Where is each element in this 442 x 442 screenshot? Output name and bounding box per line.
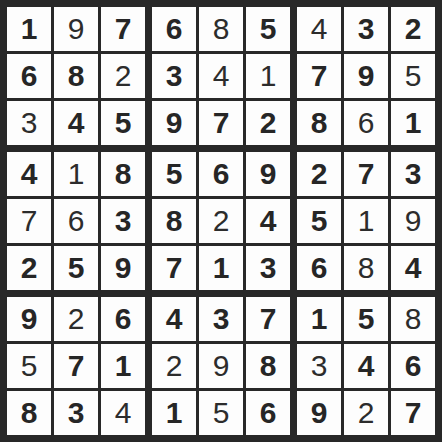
cell-r5c7[interactable]: 5 [297,199,341,243]
cell-r7c4[interactable]: 4 [152,297,196,341]
sudoku-box-2-2: 569824713 [152,152,290,290]
cell-r4c3[interactable]: 8 [101,152,145,196]
cell-r2c4[interactable]: 3 [152,54,196,98]
cell-r3c9[interactable]: 1 [391,101,435,145]
cell-r5c1[interactable]: 7 [7,199,51,243]
cell-r2c3[interactable]: 2 [101,54,145,98]
cell-r3c1[interactable]: 3 [7,101,51,145]
cell-r6c1[interactable]: 2 [7,246,51,290]
sudoku-board: 1976823456853419724327958614187632595698… [0,0,442,442]
sudoku-box-1-2: 685341972 [152,7,290,145]
sudoku-box-1-1: 197682345 [7,7,145,145]
cell-r7c6[interactable]: 7 [246,297,290,341]
cell-r9c6[interactable]: 6 [246,391,290,435]
cell-r2c5[interactable]: 4 [199,54,243,98]
cell-r6c9[interactable]: 4 [391,246,435,290]
cell-r3c8[interactable]: 6 [344,101,388,145]
cell-r6c3[interactable]: 9 [101,246,145,290]
cell-r8c3[interactable]: 1 [101,344,145,388]
cell-r5c8[interactable]: 1 [344,199,388,243]
cell-r6c5[interactable]: 1 [199,246,243,290]
cell-r4c2[interactable]: 1 [54,152,98,196]
cell-r2c9[interactable]: 5 [391,54,435,98]
cell-r9c9[interactable]: 7 [391,391,435,435]
cell-r6c4[interactable]: 7 [152,246,196,290]
cell-r8c9[interactable]: 6 [391,344,435,388]
sudoku-box-2-3: 273519684 [297,152,435,290]
cell-r7c7[interactable]: 1 [297,297,341,341]
cell-r9c2[interactable]: 3 [54,391,98,435]
cell-r3c3[interactable]: 5 [101,101,145,145]
cell-r7c3[interactable]: 6 [101,297,145,341]
cell-r1c6[interactable]: 5 [246,7,290,51]
sudoku-box-2-1: 418763259 [7,152,145,290]
cell-r3c6[interactable]: 2 [246,101,290,145]
cell-r5c5[interactable]: 2 [199,199,243,243]
cell-r3c4[interactable]: 9 [152,101,196,145]
cell-r6c6[interactable]: 3 [246,246,290,290]
cell-r1c8[interactable]: 3 [344,7,388,51]
cell-r1c2[interactable]: 9 [54,7,98,51]
cell-r5c9[interactable]: 9 [391,199,435,243]
sudoku-box-3-2: 437298156 [152,297,290,435]
cell-r4c8[interactable]: 7 [344,152,388,196]
cell-r9c7[interactable]: 9 [297,391,341,435]
cell-r7c8[interactable]: 5 [344,297,388,341]
cell-r5c2[interactable]: 6 [54,199,98,243]
cell-r2c1[interactable]: 6 [7,54,51,98]
cell-r5c4[interactable]: 8 [152,199,196,243]
cell-r4c6[interactable]: 9 [246,152,290,196]
cell-r8c2[interactable]: 7 [54,344,98,388]
cell-r6c8[interactable]: 8 [344,246,388,290]
cell-r3c5[interactable]: 7 [199,101,243,145]
cell-r3c7[interactable]: 8 [297,101,341,145]
cell-r4c1[interactable]: 4 [7,152,51,196]
cell-r6c7[interactable]: 6 [297,246,341,290]
cell-r8c4[interactable]: 2 [152,344,196,388]
cell-r9c8[interactable]: 2 [344,391,388,435]
cell-r7c1[interactable]: 9 [7,297,51,341]
cell-r2c6[interactable]: 1 [246,54,290,98]
cell-r4c5[interactable]: 6 [199,152,243,196]
cell-r1c5[interactable]: 8 [199,7,243,51]
cell-r1c1[interactable]: 1 [7,7,51,51]
cell-r1c9[interactable]: 2 [391,7,435,51]
cell-r7c2[interactable]: 2 [54,297,98,341]
cell-r5c6[interactable]: 4 [246,199,290,243]
cell-r4c7[interactable]: 2 [297,152,341,196]
cell-r1c3[interactable]: 7 [101,7,145,51]
cell-r8c8[interactable]: 4 [344,344,388,388]
cell-r1c4[interactable]: 6 [152,7,196,51]
cell-r5c3[interactable]: 3 [101,199,145,243]
cell-r4c9[interactable]: 3 [391,152,435,196]
cell-r8c5[interactable]: 9 [199,344,243,388]
sudoku-box-3-3: 158346927 [297,297,435,435]
cell-r1c7[interactable]: 4 [297,7,341,51]
cell-r9c1[interactable]: 8 [7,391,51,435]
cell-r7c9[interactable]: 8 [391,297,435,341]
cell-r8c7[interactable]: 3 [297,344,341,388]
cell-r4c4[interactable]: 5 [152,152,196,196]
cell-r2c2[interactable]: 8 [54,54,98,98]
cell-r9c4[interactable]: 1 [152,391,196,435]
cell-r8c1[interactable]: 5 [7,344,51,388]
cell-r2c7[interactable]: 7 [297,54,341,98]
cell-r3c2[interactable]: 4 [54,101,98,145]
cell-r9c5[interactable]: 5 [199,391,243,435]
cell-r2c8[interactable]: 9 [344,54,388,98]
cell-r8c6[interactable]: 8 [246,344,290,388]
sudoku-box-3-1: 926571834 [7,297,145,435]
cell-r9c3[interactable]: 4 [101,391,145,435]
cell-r6c2[interactable]: 5 [54,246,98,290]
sudoku-box-1-3: 432795861 [297,7,435,145]
cell-r7c5[interactable]: 3 [199,297,243,341]
